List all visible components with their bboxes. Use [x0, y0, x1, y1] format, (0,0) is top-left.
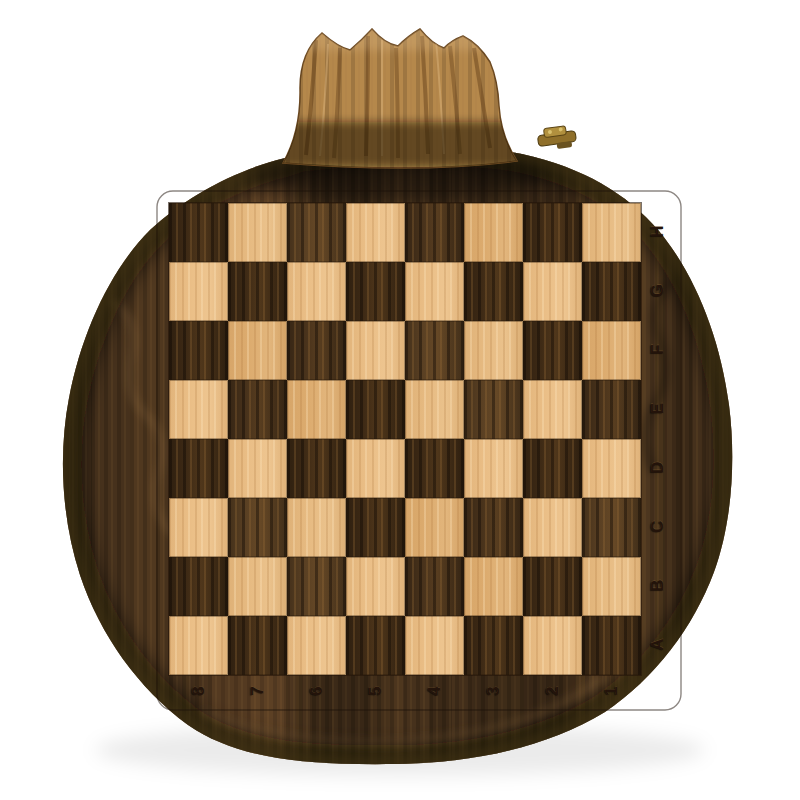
rank-labels-bottom: 87654321 — [168, 676, 640, 706]
square-f4[interactable] — [405, 321, 464, 380]
square-e8[interactable] — [169, 380, 228, 439]
square-f2[interactable] — [523, 321, 582, 380]
square-d2[interactable] — [523, 439, 582, 498]
file-label-H: H — [628, 217, 687, 247]
square-e3[interactable] — [464, 380, 523, 439]
square-h6[interactable] — [287, 203, 346, 262]
square-b3[interactable] — [464, 557, 523, 616]
file-label-B: B — [628, 571, 687, 601]
square-c3[interactable] — [464, 498, 523, 557]
scene: 87654321 HGFEDCBA — [0, 0, 800, 800]
file-label-A: A — [628, 630, 687, 660]
square-f7[interactable] — [228, 321, 287, 380]
square-f6[interactable] — [287, 321, 346, 380]
square-h7[interactable] — [228, 203, 287, 262]
square-d4[interactable] — [405, 439, 464, 498]
file-label-F: F — [628, 335, 687, 365]
square-g2[interactable] — [523, 262, 582, 321]
square-f5[interactable] — [346, 321, 405, 380]
rank-label-1: 1 — [596, 662, 626, 721]
brass-clasp — [537, 124, 578, 151]
rank-label-6: 6 — [301, 662, 331, 721]
file-labels-right: HGFEDCBA — [642, 202, 672, 674]
square-f8[interactable] — [169, 321, 228, 380]
square-d7[interactable] — [228, 439, 287, 498]
square-c8[interactable] — [169, 498, 228, 557]
square-g3[interactable] — [464, 262, 523, 321]
square-g8[interactable] — [169, 262, 228, 321]
square-e7[interactable] — [228, 380, 287, 439]
square-b8[interactable] — [169, 557, 228, 616]
square-e4[interactable] — [405, 380, 464, 439]
square-d6[interactable] — [287, 439, 346, 498]
file-label-G: G — [628, 276, 687, 306]
square-c6[interactable] — [287, 498, 346, 557]
file-label-E: E — [628, 394, 687, 424]
square-e5[interactable] — [346, 380, 405, 439]
square-h8[interactable] — [169, 203, 228, 262]
file-label-C: C — [628, 512, 687, 542]
square-b4[interactable] — [405, 557, 464, 616]
square-h4[interactable] — [405, 203, 464, 262]
square-b7[interactable] — [228, 557, 287, 616]
square-g6[interactable] — [287, 262, 346, 321]
square-c5[interactable] — [346, 498, 405, 557]
square-g7[interactable] — [228, 262, 287, 321]
square-f3[interactable] — [464, 321, 523, 380]
file-label-D: D — [628, 453, 687, 483]
square-h3[interactable] — [464, 203, 523, 262]
rank-label-3: 3 — [478, 662, 508, 721]
rank-label-5: 5 — [360, 662, 390, 721]
square-g4[interactable] — [405, 262, 464, 321]
square-g5[interactable] — [346, 262, 405, 321]
square-e2[interactable] — [523, 380, 582, 439]
rank-label-2: 2 — [537, 662, 567, 721]
square-d8[interactable] — [169, 439, 228, 498]
rank-label-8: 8 — [183, 662, 213, 721]
square-d3[interactable] — [464, 439, 523, 498]
rank-label-7: 7 — [242, 662, 272, 721]
square-b6[interactable] — [287, 557, 346, 616]
square-h2[interactable] — [523, 203, 582, 262]
square-c2[interactable] — [523, 498, 582, 557]
square-b2[interactable] — [523, 557, 582, 616]
square-b5[interactable] — [346, 557, 405, 616]
square-e6[interactable] — [287, 380, 346, 439]
square-c4[interactable] — [405, 498, 464, 557]
rank-label-4: 4 — [419, 662, 449, 721]
square-c7[interactable] — [228, 498, 287, 557]
square-h5[interactable] — [346, 203, 405, 262]
chess-board — [168, 202, 642, 676]
square-d5[interactable] — [346, 439, 405, 498]
